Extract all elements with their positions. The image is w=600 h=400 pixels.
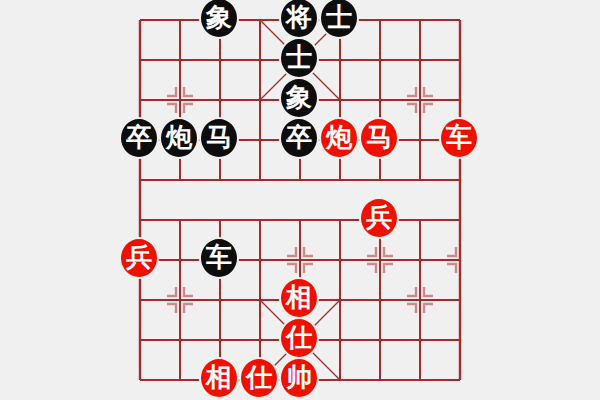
piece-black[interactable]: 炮 bbox=[159, 118, 199, 158]
piece-glyph: 象 bbox=[279, 77, 319, 119]
piece-glyph: 车 bbox=[199, 237, 239, 279]
piece-black[interactable]: 将 bbox=[279, 0, 319, 38]
piece-red[interactable]: 仕 bbox=[239, 358, 279, 398]
piece-glyph: 相 bbox=[199, 357, 239, 399]
piece-black[interactable]: 卒 bbox=[119, 118, 159, 158]
piece-red[interactable]: 相 bbox=[279, 278, 319, 318]
piece-black[interactable]: 象 bbox=[279, 78, 319, 118]
piece-red[interactable]: 马 bbox=[359, 118, 399, 158]
piece-black[interactable]: 士 bbox=[279, 38, 319, 78]
piece-red[interactable]: 帅 bbox=[279, 358, 319, 398]
piece-glyph: 马 bbox=[199, 117, 239, 159]
xiangqi-board: 象将士士象卒炮马卒炮马车兵兵车相仕相仕帅 bbox=[0, 0, 600, 400]
piece-glyph: 马 bbox=[359, 117, 399, 159]
piece-glyph: 仕 bbox=[279, 317, 319, 359]
piece-glyph: 卒 bbox=[119, 117, 159, 159]
piece-glyph: 卒 bbox=[279, 117, 319, 159]
piece-black[interactable]: 士 bbox=[319, 0, 359, 38]
piece-red[interactable]: 相 bbox=[199, 358, 239, 398]
piece-glyph: 炮 bbox=[319, 117, 359, 159]
piece-glyph: 将 bbox=[279, 0, 319, 39]
piece-glyph: 兵 bbox=[359, 197, 399, 239]
piece-glyph: 帅 bbox=[279, 357, 319, 399]
piece-black[interactable]: 卒 bbox=[279, 118, 319, 158]
piece-glyph: 士 bbox=[279, 37, 319, 79]
piece-glyph: 士 bbox=[319, 0, 359, 39]
piece-black[interactable]: 车 bbox=[199, 238, 239, 278]
piece-black[interactable]: 象 bbox=[199, 0, 239, 38]
pieces-layer: 象将士士象卒炮马卒炮马车兵兵车相仕相仕帅 bbox=[119, 0, 479, 398]
piece-red[interactable]: 炮 bbox=[319, 118, 359, 158]
piece-glyph: 相 bbox=[279, 277, 319, 319]
piece-glyph: 兵 bbox=[119, 237, 159, 279]
piece-red[interactable]: 兵 bbox=[359, 198, 399, 238]
piece-red[interactable]: 兵 bbox=[119, 238, 159, 278]
piece-glyph: 炮 bbox=[159, 117, 199, 159]
piece-glyph: 车 bbox=[439, 117, 479, 159]
piece-red[interactable]: 仕 bbox=[279, 318, 319, 358]
piece-red[interactable]: 车 bbox=[439, 118, 479, 158]
piece-black[interactable]: 马 bbox=[199, 118, 239, 158]
piece-glyph: 象 bbox=[199, 0, 239, 39]
piece-glyph: 仕 bbox=[239, 357, 279, 399]
